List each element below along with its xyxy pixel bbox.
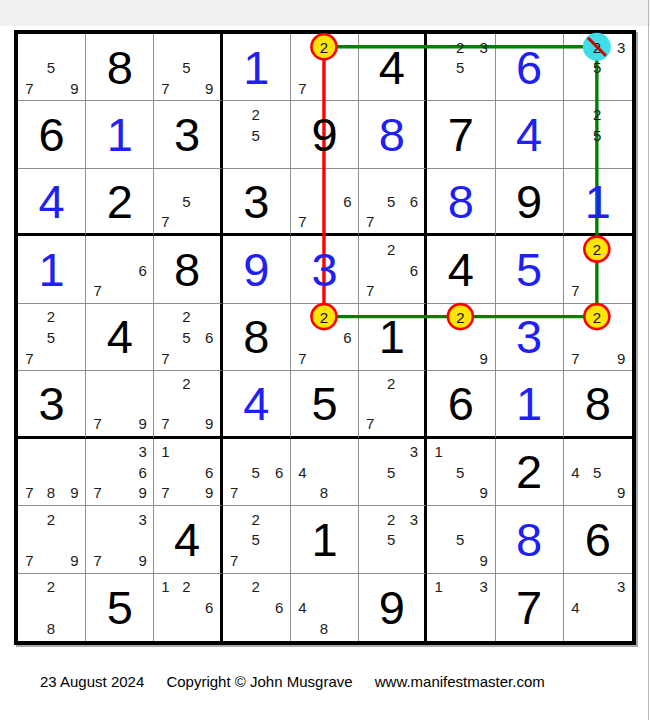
candidate-digit: 7 — [571, 283, 579, 298]
candidate-digit: 5 — [593, 127, 601, 142]
big-digit: 6 — [496, 34, 563, 100]
cell-r1c8[interactable]: 6 — [496, 34, 564, 101]
candidate-digit: 2 — [387, 511, 395, 526]
cell-r5c2[interactable]: 4 — [86, 304, 154, 371]
cell-r5c8[interactable]: 3 — [496, 304, 564, 371]
big-digit: 6 — [18, 101, 85, 167]
big-digit: 9 — [359, 574, 424, 641]
candidate-digit: 2 — [47, 579, 55, 594]
cell-r3c3[interactable]: 57 — [154, 169, 222, 236]
cell-r9c5[interactable]: 48 — [291, 574, 359, 641]
candidate-digit: 2 — [320, 309, 328, 324]
candidate-digit: 8 — [47, 485, 55, 500]
candidate-digit: 9 — [139, 485, 147, 500]
cell-r4c3[interactable]: 8 — [154, 236, 222, 303]
cell-r1c3[interactable]: 579 — [154, 34, 222, 101]
cell-r6c4[interactable]: 4 — [223, 371, 291, 438]
cell-r8c8[interactable]: 8 — [496, 506, 564, 573]
cell-r3c1[interactable]: 4 — [18, 169, 86, 236]
candidate-digit: 7 — [25, 350, 33, 365]
cell-r9c6[interactable]: 9 — [359, 574, 427, 641]
cell-r9c1[interactable]: 28 — [18, 574, 86, 641]
candidate-digit: 6 — [343, 329, 351, 344]
page-edge-line — [648, 0, 649, 720]
cell-r1c7[interactable]: 235 — [427, 34, 495, 101]
candidate-digit: 8 — [320, 621, 328, 636]
cell-r7c6[interactable]: 35 — [359, 439, 427, 506]
cell-r5c7[interactable]: 29 — [427, 304, 495, 371]
candidate-digit: 2 — [251, 107, 259, 122]
big-digit: 4 — [154, 506, 219, 572]
cell-r1c4[interactable]: 1 — [223, 34, 291, 101]
big-digit: 2 — [86, 169, 153, 233]
candidate-digit: 7 — [298, 214, 306, 229]
cell-r4c7[interactable]: 4 — [427, 236, 495, 303]
candidate-digit: 7 — [298, 350, 306, 365]
cell-r4c9[interactable]: 27 — [564, 236, 632, 303]
footer: 23 August 2024 Copyright © John Musgrave… — [40, 673, 545, 690]
candidate-digit: 7 — [93, 416, 101, 431]
candidate-digit: 2 — [387, 376, 395, 391]
big-digit: 4 — [427, 236, 494, 302]
cell-r3c7[interactable]: 8 — [427, 169, 495, 236]
candidate-digit: 7 — [93, 552, 101, 567]
candidate-digit: 2 — [182, 579, 190, 594]
candidate-digit: 5 — [47, 329, 55, 344]
cell-r2c7[interactable]: 7 — [427, 101, 495, 168]
candidate-digit: 1 — [435, 579, 443, 594]
big-digit: 6 — [564, 506, 632, 572]
candidate-digit: 5 — [182, 60, 190, 75]
cell-r2c5[interactable]: 9 — [291, 101, 359, 168]
big-digit: 1 — [86, 101, 153, 167]
cell-r8c5[interactable]: 1 — [291, 506, 359, 573]
candidate-digit: 3 — [139, 511, 147, 526]
candidate-digit: 3 — [139, 444, 147, 459]
candidate-digit: 5 — [251, 532, 259, 547]
big-digit: 8 — [223, 304, 290, 370]
cell-r9c7[interactable]: 13 — [427, 574, 495, 641]
candidate-digit: 2 — [251, 579, 259, 594]
cell-r1c6[interactable]: 4 — [359, 34, 427, 101]
candidate-digit: 4 — [298, 464, 306, 479]
cell-r8c3[interactable]: 4 — [154, 506, 222, 573]
candidate-digit: 3 — [410, 444, 418, 459]
candidate-digit: 9 — [139, 552, 147, 567]
big-digit: 4 — [18, 169, 85, 233]
candidate-digit: 9 — [70, 485, 78, 500]
big-digit: 6 — [427, 371, 494, 435]
candidate-digit: 4 — [571, 600, 579, 615]
candidate-digit: 7 — [161, 485, 169, 500]
candidate-digit: 7 — [25, 485, 33, 500]
footer-copyright: Copyright © John Musgrave — [166, 673, 352, 690]
cell-r7c8[interactable]: 2 — [496, 439, 564, 506]
cell-r2c9[interactable]: 25 — [564, 101, 632, 168]
big-digit: 1 — [291, 506, 358, 572]
candidate-digit: 2 — [320, 39, 328, 54]
candidate-digit: 5 — [251, 464, 259, 479]
big-digit: 3 — [154, 101, 219, 167]
cell-r4c1[interactable]: 1 — [18, 236, 86, 303]
big-digit: 8 — [496, 506, 563, 572]
candidate-digit: 6 — [275, 464, 283, 479]
big-digit: 1 — [496, 371, 563, 435]
candidate-digit: 9 — [139, 416, 147, 431]
sudoku-board: 5798579127423562356132598742542573675678… — [14, 30, 636, 645]
candidate-digit: 3 — [480, 39, 488, 54]
cell-r9c8[interactable]: 7 — [496, 574, 564, 641]
candidate-digit: 3 — [617, 579, 625, 594]
candidate-digit: 9 — [70, 552, 78, 567]
candidate-digit: 5 — [182, 329, 190, 344]
big-digit: 1 — [564, 169, 632, 233]
big-digit: 4 — [359, 34, 424, 100]
big-digit: 3 — [291, 236, 358, 302]
candidate-digit: 3 — [617, 39, 625, 54]
cell-r4c8[interactable]: 5 — [496, 236, 564, 303]
big-digit: 8 — [427, 169, 494, 233]
big-digit: 5 — [496, 236, 563, 302]
candidate-digit: 2 — [456, 39, 464, 54]
candidate-digit: 5 — [47, 60, 55, 75]
big-digit: 4 — [223, 371, 290, 435]
candidate-digit: 2 — [47, 511, 55, 526]
cell-r8c1[interactable]: 279 — [18, 506, 86, 573]
candidate-digit: 7 — [571, 350, 579, 365]
big-digit: 3 — [223, 169, 290, 233]
big-digit: 1 — [18, 236, 85, 302]
cell-r7c7[interactable]: 159 — [427, 439, 495, 506]
cell-r2c4[interactable]: 25 — [223, 101, 291, 168]
candidate-digit: 2 — [47, 309, 55, 324]
candidate-digit: 5 — [387, 532, 395, 547]
candidate-digit: 7 — [230, 485, 238, 500]
cell-r4c2[interactable]: 67 — [86, 236, 154, 303]
candidate-digit: 1 — [161, 579, 169, 594]
candidate-digit: 7 — [366, 416, 374, 431]
candidate-digit: 1 — [435, 444, 443, 459]
cell-r4c6[interactable]: 267 — [359, 236, 427, 303]
cell-r8c9[interactable]: 6 — [564, 506, 632, 573]
cell-r3c6[interactable]: 567 — [359, 169, 427, 236]
cell-r9c9[interactable]: 34 — [564, 574, 632, 641]
candidate-digit: 5 — [387, 194, 395, 209]
cell-r7c9[interactable]: 459 — [564, 439, 632, 506]
candidate-digit: 4 — [298, 600, 306, 615]
cell-r7c3[interactable]: 1679 — [154, 439, 222, 506]
cell-r4c5[interactable]: 3 — [291, 236, 359, 303]
window-background-strip — [0, 0, 650, 26]
candidate-digit: 5 — [456, 532, 464, 547]
cell-r3c2[interactable]: 2 — [86, 169, 154, 236]
candidate-digit: 5 — [593, 464, 601, 479]
candidate-digit: 7 — [230, 552, 238, 567]
candidate-digit: 2 — [182, 309, 190, 324]
candidate-digit: 6 — [343, 194, 351, 209]
candidate-digit: 2 — [182, 376, 190, 391]
big-digit: 8 — [564, 371, 632, 435]
cell-r8c4[interactable]: 257 — [223, 506, 291, 573]
big-digit: 9 — [291, 101, 358, 167]
cell-r6c7[interactable]: 6 — [427, 371, 495, 438]
cell-r1c5[interactable]: 27 — [291, 34, 359, 101]
cell-r3c9[interactable]: 1 — [564, 169, 632, 236]
cell-r7c4[interactable]: 567 — [223, 439, 291, 506]
candidate-digit: 7 — [298, 80, 306, 95]
candidate-digit: 5 — [593, 60, 601, 75]
big-digit: 2 — [496, 439, 563, 505]
candidate-digit: 9 — [480, 552, 488, 567]
cell-r1c1[interactable]: 579 — [18, 34, 86, 101]
cell-r1c2[interactable]: 8 — [86, 34, 154, 101]
cell-r6c8[interactable]: 1 — [496, 371, 564, 438]
candidate-digit: 5 — [182, 194, 190, 209]
candidate-digit: 5 — [456, 464, 464, 479]
cell-r6c5[interactable]: 5 — [291, 371, 359, 438]
candidate-digit: 5 — [251, 127, 259, 142]
big-digit: 1 — [359, 304, 424, 370]
candidate-digit: 9 — [205, 485, 213, 500]
big-digit: 9 — [223, 236, 290, 302]
footer-date: 23 August 2024 — [40, 673, 144, 690]
cell-r8c6[interactable]: 235 — [359, 506, 427, 573]
candidate-digit: 6 — [275, 600, 283, 615]
candidate-digit: 6 — [139, 262, 147, 277]
cell-r6c9[interactable]: 8 — [564, 371, 632, 438]
candidate-digit: 2 — [593, 39, 601, 54]
candidate-digit: 6 — [205, 329, 213, 344]
cell-r9c4[interactable]: 26 — [223, 574, 291, 641]
cell-r2c2[interactable]: 1 — [86, 101, 154, 168]
cell-r3c8[interactable]: 9 — [496, 169, 564, 236]
candidate-digit: 9 — [480, 485, 488, 500]
candidate-digit: 7 — [366, 214, 374, 229]
candidate-digit: 8 — [47, 621, 55, 636]
big-digit: 3 — [496, 304, 563, 370]
candidate-digit: 3 — [410, 511, 418, 526]
cell-r5c4[interactable]: 8 — [223, 304, 291, 371]
big-digit: 8 — [359, 101, 424, 167]
cell-r6c3[interactable]: 279 — [154, 371, 222, 438]
cell-r5c5[interactable]: 267 — [291, 304, 359, 371]
big-digit: 9 — [496, 169, 563, 233]
cell-r8c2[interactable]: 379 — [86, 506, 154, 573]
candidate-digit: 2 — [593, 107, 601, 122]
cell-r5c3[interactable]: 2567 — [154, 304, 222, 371]
big-digit: 7 — [496, 574, 563, 641]
big-digit: 1 — [223, 34, 290, 100]
candidate-digit: 7 — [161, 416, 169, 431]
cell-r8c7[interactable]: 59 — [427, 506, 495, 573]
candidate-digit: 6 — [205, 464, 213, 479]
candidate-digit: 2 — [593, 241, 601, 256]
cell-r6c6[interactable]: 27 — [359, 371, 427, 438]
big-digit: 4 — [86, 304, 153, 370]
cell-r7c1[interactable]: 789 — [18, 439, 86, 506]
candidate-digit: 9 — [205, 416, 213, 431]
cell-r2c1[interactable]: 6 — [18, 101, 86, 168]
cell-r6c1[interactable]: 3 — [18, 371, 86, 438]
candidate-digit: 7 — [161, 350, 169, 365]
big-digit: 8 — [154, 236, 219, 302]
candidate-digit: 7 — [161, 80, 169, 95]
candidate-digit: 6 — [139, 464, 147, 479]
big-digit: 3 — [18, 371, 85, 435]
candidate-digit: 7 — [161, 214, 169, 229]
candidate-digit: 6 — [205, 600, 213, 615]
candidate-digit: 7 — [366, 283, 374, 298]
candidate-digit: 9 — [70, 80, 78, 95]
cell-r5c6[interactable]: 1 — [359, 304, 427, 371]
cell-r3c4[interactable]: 3 — [223, 169, 291, 236]
cell-r2c3[interactable]: 3 — [154, 101, 222, 168]
cell-r6c2[interactable]: 79 — [86, 371, 154, 438]
candidate-digit: 5 — [387, 464, 395, 479]
candidate-digit: 2 — [387, 241, 395, 256]
page: 5798579127423562356132598742542573675678… — [0, 0, 650, 720]
candidate-digit: 9 — [617, 350, 625, 365]
candidate-digit: 9 — [205, 80, 213, 95]
cell-r4c4[interactable]: 9 — [223, 236, 291, 303]
cell-r9c2[interactable]: 5 — [86, 574, 154, 641]
candidate-digit: 2 — [593, 309, 601, 324]
candidate-digit: 9 — [480, 350, 488, 365]
candidate-digit: 3 — [480, 579, 488, 594]
candidate-digit: 8 — [320, 485, 328, 500]
big-digit: 4 — [496, 101, 563, 167]
candidate-digit: 7 — [93, 485, 101, 500]
cell-r7c2[interactable]: 3679 — [86, 439, 154, 506]
cell-r3c5[interactable]: 67 — [291, 169, 359, 236]
candidate-digit: 4 — [571, 464, 579, 479]
candidate-digit: 2 — [456, 309, 464, 324]
candidate-digit: 2 — [251, 511, 259, 526]
big-digit: 8 — [86, 34, 153, 100]
cell-r2c8[interactable]: 4 — [496, 101, 564, 168]
cell-r5c9[interactable]: 279 — [564, 304, 632, 371]
sudoku-grid: 5798579127423562356132598742542573675678… — [18, 34, 632, 641]
cell-r5c1[interactable]: 257 — [18, 304, 86, 371]
candidate-digit: 9 — [617, 485, 625, 500]
cell-r9c3[interactable]: 126 — [154, 574, 222, 641]
candidate-digit: 7 — [25, 80, 33, 95]
big-digit: 5 — [86, 574, 153, 641]
footer-website: www.manifestmaster.com — [375, 673, 545, 690]
candidate-digit: 7 — [93, 283, 101, 298]
big-digit: 7 — [427, 101, 494, 167]
candidate-digit: 6 — [410, 262, 418, 277]
cell-r7c5[interactable]: 48 — [291, 439, 359, 506]
cell-r1c9[interactable]: 235 — [564, 34, 632, 101]
candidate-digit: 5 — [456, 60, 464, 75]
candidate-digit: 1 — [161, 444, 169, 459]
cell-r2c6[interactable]: 8 — [359, 101, 427, 168]
big-digit: 5 — [291, 371, 358, 435]
candidate-digit: 6 — [410, 194, 418, 209]
candidate-digit: 7 — [25, 552, 33, 567]
